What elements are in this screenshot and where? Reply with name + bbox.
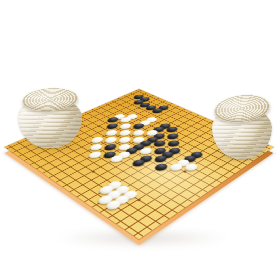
black-stone — [166, 139, 182, 147]
right-stone-bowl — [212, 95, 272, 159]
star-point — [97, 125, 101, 127]
star-point — [137, 107, 141, 109]
white-stone — [87, 150, 104, 159]
white-stone — [90, 136, 106, 144]
star-point — [91, 170, 96, 173]
white-stone — [131, 129, 146, 137]
black-stone — [105, 122, 120, 129]
go-set-photo — [0, 0, 280, 280]
black-stone — [103, 143, 119, 151]
star-point — [182, 170, 187, 173]
left-stone-bowl — [18, 88, 82, 148]
white-stone — [103, 136, 119, 144]
white-stone — [104, 129, 119, 137]
white-stone — [117, 136, 133, 144]
star-point — [177, 125, 181, 127]
black-stone — [153, 162, 170, 172]
white-stone — [88, 143, 104, 151]
white-stone — [118, 122, 133, 129]
star-point — [137, 198, 142, 201]
black-stone — [165, 132, 180, 140]
white-stone — [118, 129, 133, 137]
